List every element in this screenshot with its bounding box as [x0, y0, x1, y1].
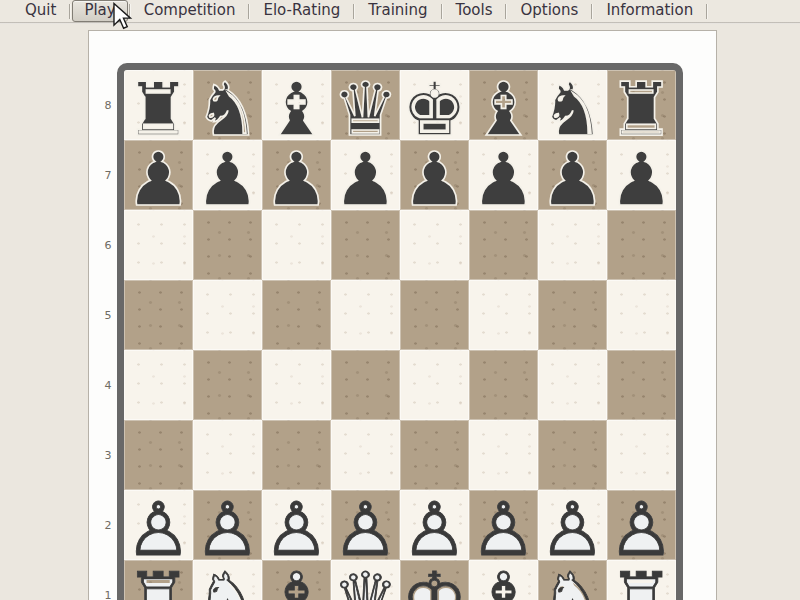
square-g8[interactable]: ♞	[538, 70, 607, 140]
white-pawn: ♟♙	[124, 490, 193, 560]
menu-item-information[interactable]: Information	[594, 0, 705, 22]
square-g1[interactable]: ♞♘	[538, 560, 607, 600]
square-e3[interactable]	[400, 420, 469, 490]
menu-divider	[0, 22, 800, 24]
square-g6[interactable]	[538, 210, 607, 280]
menu-item-competition[interactable]: Competition	[132, 0, 248, 22]
black-pawn: ♟	[538, 140, 607, 210]
white-knight: ♞♘	[193, 560, 262, 600]
square-h7[interactable]: ♟	[607, 140, 676, 210]
square-g7[interactable]: ♟	[538, 140, 607, 210]
square-h8[interactable]: ♜	[607, 70, 676, 140]
white-rook: ♜♖	[124, 560, 193, 600]
white-rook: ♜♖	[607, 560, 676, 600]
white-bishop: ♝♗	[469, 560, 538, 600]
square-g5[interactable]	[538, 280, 607, 350]
white-pawn: ♟♙	[193, 490, 262, 560]
menu-separator	[69, 4, 71, 19]
black-rook: ♜	[124, 70, 193, 140]
menu-separator	[248, 4, 250, 19]
square-a6[interactable]	[124, 210, 193, 280]
menu-item-elo-rating[interactable]: Elo-Rating	[251, 0, 352, 22]
square-e6[interactable]	[400, 210, 469, 280]
square-b3[interactable]	[193, 420, 262, 490]
chess-board: ♜♞♝♛♚♝♞♜♟♟♟♟♟♟♟♟♟♙♟♙♟♙♟♙♟♙♟♙♟♙♟♙♜♖♞♘♝♗♛♕…	[117, 63, 683, 600]
white-pawn: ♟♙	[331, 490, 400, 560]
square-e1[interactable]: ♚♔	[400, 560, 469, 600]
square-a7[interactable]: ♟	[124, 140, 193, 210]
square-d2[interactable]: ♟♙	[331, 490, 400, 560]
square-c4[interactable]	[262, 350, 331, 420]
square-a3[interactable]	[124, 420, 193, 490]
square-h2[interactable]: ♟♙	[607, 490, 676, 560]
square-h3[interactable]	[607, 420, 676, 490]
black-queen: ♛	[331, 70, 400, 140]
white-pawn: ♟♙	[538, 490, 607, 560]
square-e2[interactable]: ♟♙	[400, 490, 469, 560]
square-c2[interactable]: ♟♙	[262, 490, 331, 560]
white-knight: ♞♘	[538, 560, 607, 600]
black-knight: ♞	[193, 70, 262, 140]
menu-item-options[interactable]: Options	[508, 0, 590, 22]
square-b5[interactable]	[193, 280, 262, 350]
square-f2[interactable]: ♟♙	[469, 490, 538, 560]
square-b8[interactable]: ♞	[193, 70, 262, 140]
square-g3[interactable]	[538, 420, 607, 490]
square-a8[interactable]: ♜	[124, 70, 193, 140]
square-c7[interactable]: ♟	[262, 140, 331, 210]
black-king: ♚	[400, 70, 469, 140]
square-f3[interactable]	[469, 420, 538, 490]
menu-bar: QuitPlayCompetitionElo-RatingTrainingToo…	[0, 0, 800, 22]
square-h6[interactable]	[607, 210, 676, 280]
square-e7[interactable]: ♟	[400, 140, 469, 210]
black-bishop: ♝	[262, 70, 331, 140]
square-h1[interactable]: ♜♖	[607, 560, 676, 600]
square-b7[interactable]: ♟	[193, 140, 262, 210]
square-f1[interactable]: ♝♗	[469, 560, 538, 600]
square-a5[interactable]	[124, 280, 193, 350]
square-d6[interactable]	[331, 210, 400, 280]
square-f6[interactable]	[469, 210, 538, 280]
menu-separator	[129, 4, 131, 19]
menu-separator	[441, 4, 443, 19]
menu-separator	[706, 4, 708, 19]
menu-item-tools[interactable]: Tools	[444, 0, 505, 22]
black-pawn: ♟	[193, 140, 262, 210]
menu-item-play[interactable]: Play	[72, 0, 127, 22]
square-d3[interactable]	[331, 420, 400, 490]
square-h5[interactable]	[607, 280, 676, 350]
square-d1[interactable]: ♛♕	[331, 560, 400, 600]
square-a1[interactable]: ♜♖	[124, 560, 193, 600]
black-bishop: ♝	[469, 70, 538, 140]
square-e4[interactable]	[400, 350, 469, 420]
square-g2[interactable]: ♟♙	[538, 490, 607, 560]
square-f5[interactable]	[469, 280, 538, 350]
menu-separator	[591, 4, 593, 19]
white-bishop: ♝♗	[262, 560, 331, 600]
square-c8[interactable]: ♝	[262, 70, 331, 140]
black-pawn: ♟	[607, 140, 676, 210]
menu-separator	[505, 4, 507, 19]
square-a4[interactable]	[124, 350, 193, 420]
square-b4[interactable]	[193, 350, 262, 420]
white-pawn: ♟♙	[469, 490, 538, 560]
square-e8[interactable]: ♚	[400, 70, 469, 140]
square-d4[interactable]	[331, 350, 400, 420]
square-c5[interactable]	[262, 280, 331, 350]
square-d5[interactable]	[331, 280, 400, 350]
black-pawn: ♟	[331, 140, 400, 210]
white-pawn: ♟♙	[262, 490, 331, 560]
square-d7[interactable]: ♟	[331, 140, 400, 210]
black-rook: ♜	[607, 70, 676, 140]
black-pawn: ♟	[469, 140, 538, 210]
square-b6[interactable]	[193, 210, 262, 280]
square-a2[interactable]: ♟♙	[124, 490, 193, 560]
white-queen: ♛♕	[331, 560, 400, 600]
white-king: ♚♔	[400, 560, 469, 600]
square-c3[interactable]	[262, 420, 331, 490]
black-pawn: ♟	[124, 140, 193, 210]
black-knight: ♞	[538, 70, 607, 140]
square-b1[interactable]: ♞♘	[193, 560, 262, 600]
square-b2[interactable]: ♟♙	[193, 490, 262, 560]
square-g4[interactable]	[538, 350, 607, 420]
menu-item-quit[interactable]: Quit	[13, 0, 68, 22]
white-pawn: ♟♙	[607, 490, 676, 560]
square-c6[interactable]	[262, 210, 331, 280]
black-pawn: ♟	[262, 140, 331, 210]
square-h4[interactable]	[607, 350, 676, 420]
square-c1[interactable]: ♝♗	[262, 560, 331, 600]
square-f8[interactable]: ♝	[469, 70, 538, 140]
board-grid: ♜♞♝♛♚♝♞♜♟♟♟♟♟♟♟♟♟♙♟♙♟♙♟♙♟♙♟♙♟♙♟♙♜♖♞♘♝♗♛♕…	[124, 70, 676, 600]
white-pawn: ♟♙	[400, 490, 469, 560]
menu-item-training[interactable]: Training	[356, 0, 439, 22]
black-pawn: ♟	[400, 140, 469, 210]
square-f7[interactable]: ♟	[469, 140, 538, 210]
board-panel: 87654321 ♜♞♝♛♚♝♞♜♟♟♟♟♟♟♟♟♟♙♟♙♟♙♟♙♟♙♟♙♟♙♟…	[88, 30, 717, 600]
square-d8[interactable]: ♛	[331, 70, 400, 140]
menu-separator	[353, 4, 355, 19]
square-e5[interactable]	[400, 280, 469, 350]
square-f4[interactable]	[469, 350, 538, 420]
